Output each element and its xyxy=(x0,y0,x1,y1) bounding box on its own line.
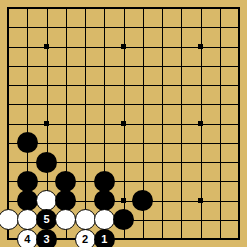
white-stone xyxy=(17,209,38,230)
black-stone xyxy=(94,190,115,211)
grid-line-vertical xyxy=(220,7,221,240)
move-number-label: 2 xyxy=(82,234,88,245)
move-number-label: 1 xyxy=(101,234,107,245)
black-stone xyxy=(55,190,76,211)
star-point xyxy=(44,121,49,126)
white-stone xyxy=(94,209,115,230)
black-stone xyxy=(55,171,76,192)
star-point xyxy=(198,198,203,203)
grid-line-horizontal xyxy=(7,143,240,144)
black-stone xyxy=(94,171,115,192)
white-stone: 2 xyxy=(75,229,96,247)
black-stone xyxy=(132,190,153,211)
black-stone xyxy=(36,152,57,173)
move-number-label: 5 xyxy=(43,214,49,225)
white-stone xyxy=(36,190,57,211)
star-point xyxy=(198,121,203,126)
star-point xyxy=(121,198,126,203)
black-stone: 3 xyxy=(36,229,57,247)
black-stone xyxy=(17,190,38,211)
black-stone: 1 xyxy=(94,229,115,247)
go-board: 54321 xyxy=(0,0,247,247)
grid-line-horizontal xyxy=(7,181,240,182)
white-stone: 4 xyxy=(17,229,38,247)
star-point xyxy=(44,44,49,49)
white-stone xyxy=(0,209,19,230)
star-point xyxy=(121,121,126,126)
grid-line-vertical xyxy=(162,7,163,240)
white-stone xyxy=(75,209,96,230)
star-point xyxy=(198,44,203,49)
grid-line-vertical xyxy=(181,7,182,240)
move-number-label: 4 xyxy=(24,234,30,245)
grid-line-vertical xyxy=(238,7,240,240)
black-stone: 5 xyxy=(36,209,57,230)
star-point xyxy=(121,44,126,49)
black-stone xyxy=(17,132,38,153)
white-stone xyxy=(55,209,76,230)
black-stone xyxy=(113,209,134,230)
move-number-label: 3 xyxy=(43,234,49,245)
black-stone xyxy=(17,171,38,192)
